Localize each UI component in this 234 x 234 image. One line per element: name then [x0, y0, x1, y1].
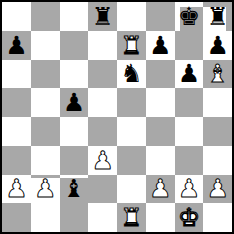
square-b4[interactable] [31, 117, 60, 146]
square-d5[interactable] [88, 88, 117, 117]
square-c8[interactable] [60, 2, 89, 31]
square-d7[interactable] [88, 31, 117, 60]
square-f5[interactable] [146, 88, 175, 117]
square-e5[interactable] [117, 88, 146, 117]
square-d2[interactable] [88, 175, 117, 204]
white-pawn-icon: ♟ [206, 176, 228, 201]
square-e2[interactable] [117, 175, 146, 204]
square-e1[interactable]: ♜ [117, 203, 146, 232]
square-b3[interactable] [31, 146, 60, 175]
white-pawn-icon: ♟ [149, 176, 171, 201]
square-c1[interactable] [60, 203, 89, 232]
white-pawn-icon: ♟ [5, 176, 27, 201]
square-c7[interactable] [60, 31, 89, 60]
square-f6[interactable] [146, 60, 175, 89]
square-b1[interactable] [31, 203, 60, 232]
square-a4[interactable] [2, 117, 31, 146]
black-pawn-icon: ♟ [5, 33, 27, 58]
white-rook-icon: ♜ [120, 205, 142, 230]
square-f1[interactable] [146, 203, 175, 232]
square-c3[interactable] [60, 146, 89, 175]
square-h7[interactable]: ♟ [203, 31, 232, 60]
square-d6[interactable] [88, 60, 117, 89]
square-f7[interactable]: ♟ [146, 31, 175, 60]
square-d4[interactable] [88, 117, 117, 146]
square-h8[interactable]: ♜ [203, 2, 232, 31]
square-g2[interactable]: ♟ [175, 175, 204, 204]
square-h5[interactable] [203, 88, 232, 117]
square-e7[interactable]: ♜ [117, 31, 146, 60]
square-b6[interactable] [31, 60, 60, 89]
square-g6[interactable]: ♟ [175, 60, 204, 89]
square-f3[interactable] [146, 146, 175, 175]
square-b2[interactable]: ♟ [31, 175, 60, 204]
square-a3[interactable] [2, 146, 31, 175]
white-rook-icon: ♜ [120, 33, 142, 58]
chess-board-frame: ♜♚♜♟♜♟♟♞♟♝♟♟♟♟♝♟♟♟♜♚ [0, 0, 234, 234]
square-b5[interactable] [31, 88, 60, 117]
square-d8[interactable]: ♜ [88, 2, 117, 31]
square-a6[interactable] [2, 60, 31, 89]
square-h2[interactable]: ♟ [203, 175, 232, 204]
square-g3[interactable] [175, 146, 204, 175]
square-g5[interactable] [175, 88, 204, 117]
square-g7[interactable] [175, 31, 204, 60]
square-e4[interactable] [117, 117, 146, 146]
square-e3[interactable] [117, 146, 146, 175]
black-rook-icon: ♜ [91, 4, 113, 29]
black-pawn-icon: ♟ [63, 90, 85, 115]
square-c2[interactable]: ♝ [60, 175, 89, 204]
square-h1[interactable] [203, 203, 232, 232]
black-pawn-icon: ♟ [206, 33, 228, 58]
black-bishop-icon: ♝ [63, 176, 85, 201]
square-c4[interactable] [60, 117, 89, 146]
white-bishop-icon: ♝ [206, 61, 228, 86]
square-h4[interactable] [203, 117, 232, 146]
square-f4[interactable] [146, 117, 175, 146]
square-g8[interactable]: ♚ [175, 2, 204, 31]
white-pawn-icon: ♟ [34, 176, 56, 201]
square-g4[interactable] [175, 117, 204, 146]
white-king-icon: ♚ [178, 205, 200, 230]
square-g1[interactable]: ♚ [175, 203, 204, 232]
square-d1[interactable] [88, 203, 117, 232]
square-a2[interactable]: ♟ [2, 175, 31, 204]
square-e6[interactable]: ♞ [117, 60, 146, 89]
square-d3[interactable]: ♟ [88, 146, 117, 175]
square-c5[interactable]: ♟ [60, 88, 89, 117]
black-pawn-icon: ♟ [149, 33, 171, 58]
square-h6[interactable]: ♝ [203, 60, 232, 89]
square-a1[interactable] [2, 203, 31, 232]
chess-board: ♜♚♜♟♜♟♟♞♟♝♟♟♟♟♝♟♟♟♜♚ [2, 2, 232, 232]
black-knight-icon: ♞ [120, 61, 142, 86]
square-f8[interactable] [146, 2, 175, 31]
square-f2[interactable]: ♟ [146, 175, 175, 204]
square-c6[interactable] [60, 60, 89, 89]
black-rook-icon: ♜ [206, 4, 228, 29]
white-pawn-icon: ♟ [91, 148, 113, 173]
white-pawn-icon: ♟ [178, 176, 200, 201]
square-h3[interactable] [203, 146, 232, 175]
square-a7[interactable]: ♟ [2, 31, 31, 60]
black-king-icon: ♚ [178, 4, 200, 29]
square-b8[interactable] [31, 2, 60, 31]
square-b7[interactable] [31, 31, 60, 60]
square-a5[interactable] [2, 88, 31, 117]
square-a8[interactable] [2, 2, 31, 31]
square-e8[interactable] [117, 2, 146, 31]
black-pawn-icon: ♟ [178, 61, 200, 86]
